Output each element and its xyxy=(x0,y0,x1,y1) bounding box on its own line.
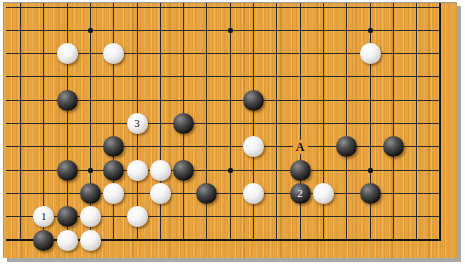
black-stone xyxy=(80,183,101,204)
white-stone xyxy=(313,183,334,204)
star-point xyxy=(228,168,233,173)
grid-line-v xyxy=(416,3,417,241)
stone-move-number: 1 xyxy=(41,211,47,222)
grid-line-v xyxy=(393,3,394,241)
black-stone xyxy=(383,136,404,157)
black-stone xyxy=(173,113,194,134)
star-point xyxy=(368,168,373,173)
white-stone xyxy=(243,136,264,157)
grid-line-v xyxy=(346,3,347,241)
white-stone xyxy=(80,230,101,251)
white-stone xyxy=(127,160,148,181)
black-stone xyxy=(196,183,217,204)
white-stone xyxy=(243,183,264,204)
white-stone xyxy=(80,206,101,227)
stone-move-number: 3 xyxy=(134,118,140,129)
white-stone xyxy=(57,230,78,251)
white-stone xyxy=(103,43,124,64)
white-stone: 3 xyxy=(127,113,148,134)
black-stone xyxy=(243,90,264,111)
grid-line-v xyxy=(323,3,324,241)
white-stone: 1 xyxy=(33,206,54,227)
grid-line-v xyxy=(253,3,254,241)
grid-line-h xyxy=(6,76,441,77)
white-stone xyxy=(360,43,381,64)
black-stone xyxy=(57,160,78,181)
grid-line-v xyxy=(370,3,371,241)
black-stone xyxy=(33,230,54,251)
grid-line-v xyxy=(160,3,161,241)
grid-line-v xyxy=(230,3,231,241)
grid-line-v xyxy=(113,3,114,241)
white-stone xyxy=(127,206,148,227)
star-point xyxy=(88,168,93,173)
star-point xyxy=(368,28,373,33)
white-stone xyxy=(57,43,78,64)
black-stone xyxy=(103,136,124,157)
black-stone xyxy=(336,136,357,157)
grid-line-v xyxy=(206,3,207,241)
black-stone xyxy=(57,206,78,227)
star-point xyxy=(228,28,233,33)
black-stone xyxy=(173,160,194,181)
go-board[interactable]: A321 xyxy=(3,2,457,258)
black-stone xyxy=(57,90,78,111)
grid-line-h xyxy=(6,146,441,147)
diagram-frame: A321 xyxy=(0,0,465,265)
grid-line-v xyxy=(20,3,21,241)
grid-line-v xyxy=(276,3,277,241)
board-right-edge-line xyxy=(439,3,441,241)
black-stone xyxy=(290,160,311,181)
star-point xyxy=(88,28,93,33)
grid-line-v xyxy=(300,3,301,241)
grid-line-h xyxy=(6,7,441,8)
black-stone: 2 xyxy=(290,183,311,204)
stone-move-number: 2 xyxy=(297,188,303,199)
grid-line-h xyxy=(6,30,441,31)
white-stone xyxy=(150,160,171,181)
white-stone xyxy=(103,183,124,204)
grid-line-h xyxy=(6,123,441,124)
white-stone xyxy=(150,183,171,204)
black-stone xyxy=(103,160,124,181)
black-stone xyxy=(360,183,381,204)
point-label-A: A xyxy=(293,140,308,154)
